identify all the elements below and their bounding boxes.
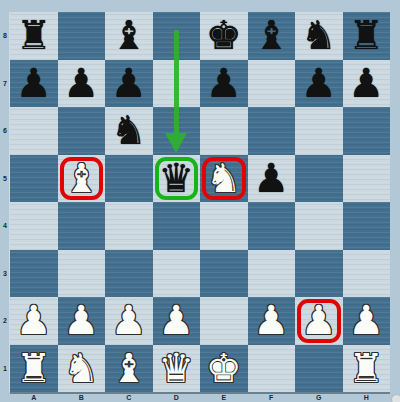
black-knight[interactable]: ♞ [111, 107, 147, 154]
square-c3[interactable] [105, 250, 153, 298]
file-label-b: B [58, 392, 106, 402]
square-a3[interactable] [10, 250, 58, 298]
square-h2[interactable]: ♟ [343, 297, 391, 345]
black-rook[interactable]: ♜ [16, 12, 52, 59]
white-queen[interactable]: ♛ [158, 345, 194, 392]
file-label-e: E [200, 392, 248, 402]
square-g3[interactable] [295, 250, 343, 298]
chess-board-screenshot: 87654321 ABCDEFGH ♜♝♚♝♞♜♟♟♟♟♟♟♞♝♛♞♟♟♟♟♟♟… [0, 0, 400, 402]
square-e5[interactable]: ♞ [200, 155, 248, 203]
square-h1[interactable]: ♜ [343, 345, 391, 393]
square-a4[interactable] [10, 202, 58, 250]
black-pawn[interactable]: ♟ [63, 60, 99, 107]
square-c6[interactable]: ♞ [105, 107, 153, 155]
file-labels: ABCDEFGH [10, 392, 390, 402]
white-knight[interactable]: ♞ [206, 155, 242, 202]
square-a5[interactable] [10, 155, 58, 203]
square-h8[interactable]: ♜ [343, 12, 391, 60]
file-label-c: C [105, 392, 153, 402]
square-a7[interactable]: ♟ [10, 60, 58, 108]
square-e3[interactable] [200, 250, 248, 298]
square-d2[interactable]: ♟ [153, 297, 201, 345]
rank-label-5: 5 [0, 155, 10, 203]
rank-label-8: 8 [0, 12, 10, 60]
white-bishop[interactable]: ♝ [111, 345, 147, 392]
square-f2[interactable]: ♟ [248, 297, 296, 345]
file-label-d: D [153, 392, 201, 402]
square-e4[interactable] [200, 202, 248, 250]
square-b7[interactable]: ♟ [58, 60, 106, 108]
square-b5[interactable]: ♝ [58, 155, 106, 203]
square-c2[interactable]: ♟ [105, 297, 153, 345]
square-b3[interactable] [58, 250, 106, 298]
white-knight[interactable]: ♞ [63, 345, 99, 392]
square-d6[interactable] [153, 107, 201, 155]
white-rook[interactable]: ♜ [16, 345, 52, 392]
square-b6[interactable] [58, 107, 106, 155]
square-e7[interactable]: ♟ [200, 60, 248, 108]
black-rook[interactable]: ♜ [348, 12, 384, 59]
square-e6[interactable] [200, 107, 248, 155]
square-e1[interactable]: ♚ [200, 345, 248, 393]
white-bishop[interactable]: ♝ [63, 155, 99, 202]
rank-label-6: 6 [0, 107, 10, 155]
square-f1[interactable] [248, 345, 296, 393]
square-f8[interactable]: ♝ [248, 12, 296, 60]
white-king[interactable]: ♚ [206, 345, 242, 392]
square-h3[interactable] [343, 250, 391, 298]
square-g8[interactable]: ♞ [295, 12, 343, 60]
square-g1[interactable] [295, 345, 343, 393]
square-b8[interactable] [58, 12, 106, 60]
square-c4[interactable] [105, 202, 153, 250]
square-g7[interactable]: ♟ [295, 60, 343, 108]
square-c1[interactable]: ♝ [105, 345, 153, 393]
square-c7[interactable]: ♟ [105, 60, 153, 108]
black-pawn[interactable]: ♟ [348, 60, 384, 107]
black-pawn[interactable]: ♟ [206, 60, 242, 107]
square-h4[interactable] [343, 202, 391, 250]
rank-label-2: 2 [0, 297, 10, 345]
square-c8[interactable]: ♝ [105, 12, 153, 60]
white-pawn[interactable]: ♟ [16, 297, 52, 344]
rank-label-3: 3 [0, 250, 10, 298]
white-rook[interactable]: ♜ [348, 345, 384, 392]
white-pawn[interactable]: ♟ [158, 297, 194, 344]
square-g4[interactable] [295, 202, 343, 250]
square-h5[interactable] [343, 155, 391, 203]
corner-watermark-dot [391, 394, 400, 402]
square-b1[interactable]: ♞ [58, 345, 106, 393]
black-pawn[interactable]: ♟ [301, 60, 337, 107]
square-d8[interactable] [153, 12, 201, 60]
white-pawn[interactable]: ♟ [111, 297, 147, 344]
white-pawn[interactable]: ♟ [63, 297, 99, 344]
file-label-a: A [10, 392, 58, 402]
black-pawn[interactable]: ♟ [111, 60, 147, 107]
square-e8[interactable]: ♚ [200, 12, 248, 60]
black-pawn[interactable]: ♟ [253, 155, 289, 202]
white-pawn[interactable]: ♟ [348, 297, 384, 344]
file-label-h: H [343, 392, 391, 402]
square-d4[interactable] [153, 202, 201, 250]
square-c5[interactable] [105, 155, 153, 203]
square-h6[interactable] [343, 107, 391, 155]
square-g6[interactable] [295, 107, 343, 155]
square-f3[interactable] [248, 250, 296, 298]
file-label-g: G [295, 392, 343, 402]
square-d3[interactable] [153, 250, 201, 298]
square-d1[interactable]: ♛ [153, 345, 201, 393]
white-pawn[interactable]: ♟ [301, 297, 337, 344]
square-a6[interactable] [10, 107, 58, 155]
square-f5[interactable]: ♟ [248, 155, 296, 203]
square-g2[interactable]: ♟ [295, 297, 343, 345]
rank-labels: 87654321 [0, 12, 10, 392]
rank-label-4: 4 [0, 202, 10, 250]
square-a1[interactable]: ♜ [10, 345, 58, 393]
black-queen[interactable]: ♛ [158, 155, 194, 202]
white-pawn[interactable]: ♟ [253, 297, 289, 344]
square-f4[interactable] [248, 202, 296, 250]
square-b4[interactable] [58, 202, 106, 250]
square-b2[interactable]: ♟ [58, 297, 106, 345]
square-e2[interactable] [200, 297, 248, 345]
square-d7[interactable] [153, 60, 201, 108]
black-king[interactable]: ♚ [206, 12, 242, 59]
square-a2[interactable]: ♟ [10, 297, 58, 345]
black-knight[interactable]: ♞ [301, 12, 337, 59]
square-h7[interactable]: ♟ [343, 60, 391, 108]
square-a8[interactable]: ♜ [10, 12, 58, 60]
rank-label-1: 1 [0, 345, 10, 393]
square-d5[interactable]: ♛ [153, 155, 201, 203]
square-f7[interactable] [248, 60, 296, 108]
square-f6[interactable] [248, 107, 296, 155]
file-label-f: F [248, 392, 296, 402]
black-bishop[interactable]: ♝ [253, 12, 289, 59]
chess-board[interactable]: ♜♝♚♝♞♜♟♟♟♟♟♟♞♝♛♞♟♟♟♟♟♟♟♟♜♞♝♛♚♜ [10, 12, 390, 392]
black-pawn[interactable]: ♟ [16, 60, 52, 107]
square-g5[interactable] [295, 155, 343, 203]
rank-label-7: 7 [0, 60, 10, 108]
black-bishop[interactable]: ♝ [111, 12, 147, 59]
